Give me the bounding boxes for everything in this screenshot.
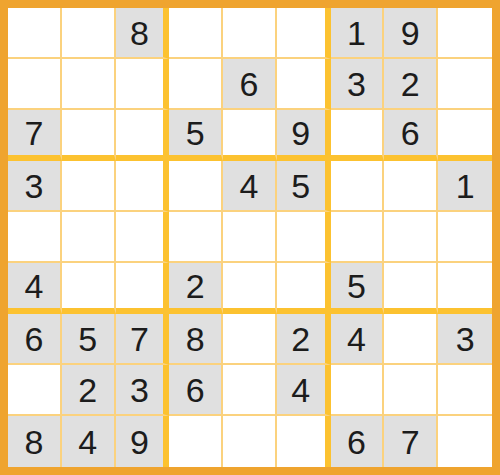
- cell-r9c5[interactable]: [223, 416, 277, 467]
- cell-r7c3[interactable]: 7: [116, 314, 170, 365]
- cell-r6c6[interactable]: [277, 263, 331, 314]
- cell-r3c1[interactable]: 7: [8, 110, 62, 161]
- cell-r1c1[interactable]: [8, 8, 62, 59]
- cell-r8c2[interactable]: 2: [62, 365, 116, 416]
- cell-r7c7[interactable]: 4: [331, 314, 385, 365]
- cell-r5c7[interactable]: [331, 212, 385, 263]
- cell-r8c4[interactable]: 6: [169, 365, 223, 416]
- cell-r8c8[interactable]: [384, 365, 438, 416]
- cell-r7c4[interactable]: 8: [169, 314, 223, 365]
- cell-r1c2[interactable]: [62, 8, 116, 59]
- cell-r6c5[interactable]: [223, 263, 277, 314]
- cell-r2c8[interactable]: 2: [384, 59, 438, 110]
- cell-r3c6[interactable]: 9: [277, 110, 331, 161]
- cell-r5c5[interactable]: [223, 212, 277, 263]
- cell-r1c6[interactable]: [277, 8, 331, 59]
- cell-r1c3[interactable]: 8: [116, 8, 170, 59]
- cell-r4c2[interactable]: [62, 161, 116, 212]
- cell-r5c8[interactable]: [384, 212, 438, 263]
- cell-r8c1[interactable]: [8, 365, 62, 416]
- cell-r2c7[interactable]: 3: [331, 59, 385, 110]
- cell-r2c3[interactable]: [116, 59, 170, 110]
- cell-r9c9[interactable]: [438, 416, 492, 467]
- cell-r2c6[interactable]: [277, 59, 331, 110]
- cell-r4c1[interactable]: 3: [8, 161, 62, 212]
- cell-r1c7[interactable]: 1: [331, 8, 385, 59]
- cell-r9c8[interactable]: 7: [384, 416, 438, 467]
- cell-r9c3[interactable]: 9: [116, 416, 170, 467]
- cell-r1c9[interactable]: [438, 8, 492, 59]
- cell-r5c4[interactable]: [169, 212, 223, 263]
- cell-r6c9[interactable]: [438, 263, 492, 314]
- cell-r4c8[interactable]: [384, 161, 438, 212]
- cell-r7c6[interactable]: 2: [277, 314, 331, 365]
- cell-r3c3[interactable]: [116, 110, 170, 161]
- cell-r2c2[interactable]: [62, 59, 116, 110]
- cell-r6c7[interactable]: 5: [331, 263, 385, 314]
- sudoku-app: 819632759634514256578243236484967: [0, 0, 500, 475]
- cell-r6c3[interactable]: [116, 263, 170, 314]
- cell-r6c1[interactable]: 4: [8, 263, 62, 314]
- cell-r9c6[interactable]: [277, 416, 331, 467]
- cell-r3c4[interactable]: 5: [169, 110, 223, 161]
- cell-r1c8[interactable]: 9: [384, 8, 438, 59]
- cell-r8c9[interactable]: [438, 365, 492, 416]
- cell-r8c3[interactable]: 3: [116, 365, 170, 416]
- sudoku-board: 819632759634514256578243236484967: [0, 0, 500, 475]
- cell-r7c5[interactable]: [223, 314, 277, 365]
- cell-r1c5[interactable]: [223, 8, 277, 59]
- cell-r7c8[interactable]: [384, 314, 438, 365]
- cell-r8c7[interactable]: [331, 365, 385, 416]
- cell-r7c1[interactable]: 6: [8, 314, 62, 365]
- cell-r5c3[interactable]: [116, 212, 170, 263]
- cell-r9c7[interactable]: 6: [331, 416, 385, 467]
- cell-r5c6[interactable]: [277, 212, 331, 263]
- cell-r5c9[interactable]: [438, 212, 492, 263]
- cell-r4c5[interactable]: 4: [223, 161, 277, 212]
- cell-r9c4[interactable]: [169, 416, 223, 467]
- cell-r4c7[interactable]: [331, 161, 385, 212]
- cell-r7c2[interactable]: 5: [62, 314, 116, 365]
- cell-r2c1[interactable]: [8, 59, 62, 110]
- cell-r3c5[interactable]: [223, 110, 277, 161]
- cell-r9c2[interactable]: 4: [62, 416, 116, 467]
- cell-r9c1[interactable]: 8: [8, 416, 62, 467]
- cell-r4c3[interactable]: [116, 161, 170, 212]
- cell-r8c6[interactable]: 4: [277, 365, 331, 416]
- cell-r1c4[interactable]: [169, 8, 223, 59]
- cell-r4c6[interactable]: 5: [277, 161, 331, 212]
- cell-r6c4[interactable]: 2: [169, 263, 223, 314]
- cell-r2c5[interactable]: 6: [223, 59, 277, 110]
- cell-r3c7[interactable]: [331, 110, 385, 161]
- cell-r3c8[interactable]: 6: [384, 110, 438, 161]
- cell-r2c4[interactable]: [169, 59, 223, 110]
- cell-r8c5[interactable]: [223, 365, 277, 416]
- cell-r4c4[interactable]: [169, 161, 223, 212]
- cell-r7c9[interactable]: 3: [438, 314, 492, 365]
- cell-r6c2[interactable]: [62, 263, 116, 314]
- cell-r5c2[interactable]: [62, 212, 116, 263]
- cell-r4c9[interactable]: 1: [438, 161, 492, 212]
- cell-r5c1[interactable]: [8, 212, 62, 263]
- cell-r6c8[interactable]: [384, 263, 438, 314]
- cell-r3c2[interactable]: [62, 110, 116, 161]
- cell-r3c9[interactable]: [438, 110, 492, 161]
- cell-r2c9[interactable]: [438, 59, 492, 110]
